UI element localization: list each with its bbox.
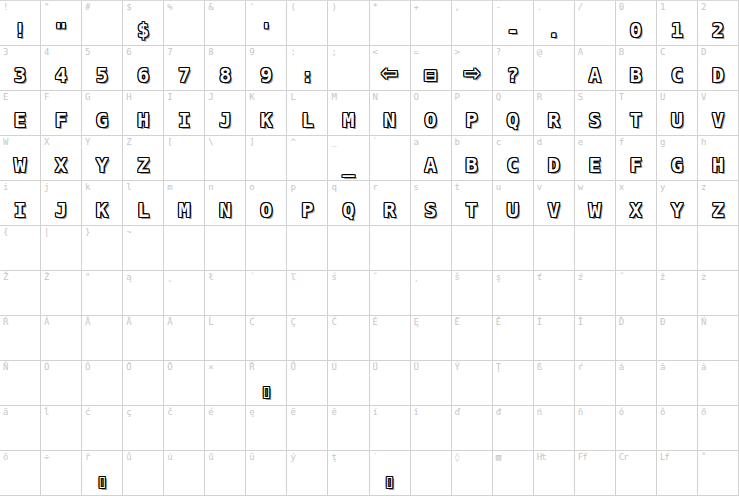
char-cell: II [164,91,205,136]
char-cell: SS [575,91,616,136]
char-label: Â [85,317,89,327]
char-cell: ) [328,1,369,46]
char-label: Ţ [496,362,500,372]
char-glyph: E [575,154,615,176]
char-glyph: 3 [0,64,40,86]
char-label: 5 [85,47,89,57]
char-label: d [537,137,541,147]
char-label: C [660,47,664,57]
char-cell: 00 [616,1,657,46]
char-cell: Ż [41,271,82,316]
char-label: O [414,92,418,102]
char-glyph: F [41,109,81,131]
char-glyph: 9 [246,64,286,86]
char-cell: ž [657,271,698,316]
char-cell: Ff [575,451,616,496]
char-label: Ŕ [3,317,7,327]
char-label: . [537,2,541,12]
char-glyph: J [41,199,81,221]
char-label: ą [126,272,130,282]
char-label: Ô [85,362,89,372]
char-cell: Č [328,316,369,361]
char-cell [698,226,739,271]
char-glyph: Y [657,199,697,221]
char-cell: wW [575,181,616,226]
char-label: ť [537,272,541,282]
char-label: Ď [619,317,623,327]
char-label: r [373,182,377,192]
char-cell: 99 [246,46,287,91]
char-cell: iI [0,181,41,226]
char-label: Ó [44,362,48,372]
char-label: 4 [44,47,48,57]
char-label: Đ [660,317,664,327]
char-label: ˚ [701,452,705,462]
char-cell [370,226,411,271]
char-label: đ [496,407,500,417]
char-label: É [373,317,377,327]
char-glyph: P [452,109,492,131]
char-glyph: D [698,64,738,86]
char-label: : [290,47,294,57]
char-glyph: B [452,154,492,176]
char-cell: 22 [698,1,739,46]
char-cell: Ë [452,316,493,361]
char-label: Ć [249,317,253,327]
char-cell: TT [616,91,657,136]
char-label: _ [331,137,335,147]
char-cell: ˇ [370,271,411,316]
char-cell: MM [328,91,369,136]
char-glyph: W [0,154,40,176]
char-cell: ˝ [616,271,657,316]
char-glyph: 4 [41,64,81,86]
char-label: ˇ [373,272,377,282]
char-cell: =⊟ [411,46,452,91]
char-cell [411,451,452,496]
char-label: Á [44,317,48,327]
char-cell: ľ [287,271,328,316]
char-cell: ř▯ [82,451,123,496]
char-glyph: K [82,199,122,221]
char-cell: ň [575,406,616,451]
char-label: < [373,47,377,57]
char-label: S [578,92,582,102]
char-cell: 33 [0,46,41,91]
char-label: Ă [126,317,130,327]
char-cell: Cr [616,451,657,496]
char-label: Í [537,317,541,327]
char-label: Ě [496,317,500,327]
char-cell: Ď [616,316,657,361]
char-label: î [414,407,418,417]
char-glyph: G [657,154,697,176]
char-cell: ł [205,271,246,316]
char-label: g [660,137,664,147]
char-cell: Ň [0,361,41,406]
char-cell: Ç [287,316,328,361]
char-label: P [455,92,459,102]
char-cell: × [205,361,246,406]
char-cell: ĺ [41,406,82,451]
char-label: Ű [373,362,377,372]
char-label: í [373,407,377,417]
char-label: Ő [126,362,130,372]
char-label: p [290,182,294,192]
char-cell: Ű [370,361,411,406]
char-glyph: C [657,64,697,86]
char-cell: â [657,361,698,406]
char-label: Ż [44,272,48,282]
char-cell: <⇦ [370,46,411,91]
char-glyph: T [452,199,492,221]
char-glyph: " [41,19,81,41]
char-cell: Ó [41,361,82,406]
char-label: V [701,92,705,102]
character-map-grid: !!""#$$%&''()*+,--../0011223344556677889… [0,0,739,496]
char-glyph: ! [0,19,40,41]
char-label: ? [496,47,500,57]
char-label: ž [660,272,664,282]
char-glyph: ▯ [82,471,122,491]
char-cell: + [411,1,452,46]
char-label: \ [208,137,212,147]
char-cell: / [575,1,616,46]
char-label: ň [578,407,582,417]
char-glyph: V [698,109,738,131]
char-cell: ě [328,406,369,451]
char-cell: Lf [657,451,698,496]
char-label: G [85,92,89,102]
char-label: Q [496,92,500,102]
char-label: ł [208,272,212,282]
char-label: Ü [414,362,418,372]
char-cell: ?? [493,46,534,91]
char-label: N [373,92,377,102]
char-cell [328,226,369,271]
char-label: w [578,182,582,192]
char-cell: "" [41,1,82,46]
char-label: v [537,182,541,192]
char-label: Cr [619,452,628,462]
char-glyph: T [616,109,656,131]
char-cell: HH [123,91,164,136]
char-glyph: K [246,109,286,131]
char-label: / [578,2,582,12]
char-cell: gG [657,136,698,181]
char-glyph: R [534,109,574,131]
char-cell: fF [616,136,657,181]
char-label: ` [373,137,377,147]
char-label: é [208,407,212,417]
char-label: ] [249,137,253,147]
char-label: ° [85,272,89,282]
char-cell: WW [0,136,41,181]
char-label: ˙ [373,452,377,462]
char-cell: Í [534,316,575,361]
char-label: e [578,137,582,147]
char-label: ń [537,407,541,417]
char-glyph: $ [123,19,163,41]
char-cell: š [452,271,493,316]
char-label: L [290,92,294,102]
char-cell: 66 [123,46,164,91]
char-label: c [496,137,500,147]
char-cell: ä [0,406,41,451]
char-cell: ď [452,406,493,451]
char-label: š [455,272,459,282]
char-cell: Ţ [493,361,534,406]
char-label: ű [208,452,212,462]
char-label: X [44,137,48,147]
char-label: U [660,92,664,102]
char-glyph: N [205,199,245,221]
char-cell: LL [287,91,328,136]
char-cell: \ [205,136,246,181]
char-cell: ô [657,406,698,451]
char-label: Ň [3,362,7,372]
char-glyph: Z [123,154,163,176]
char-label: | [44,227,48,237]
char-cell: FF [41,91,82,136]
char-label: + [414,2,418,12]
char-cell: [ [164,136,205,181]
char-label: Ý [455,362,459,372]
char-cell: dD [534,136,575,181]
char-cell: cC [493,136,534,181]
char-glyph: M [328,109,368,131]
char-cell: eE [575,136,616,181]
char-cell: 44 [41,46,82,91]
char-cell: AA [575,46,616,91]
char-cell: ZZ [123,136,164,181]
char-cell: aA [411,136,452,181]
char-cell: ö [0,451,41,496]
char-label: y [660,182,664,192]
char-cell: QQ [493,91,534,136]
char-label: ź [578,272,582,282]
char-glyph: O [246,199,286,221]
char-label: ě [331,407,335,417]
char-cell: RR [534,91,575,136]
char-label: u [496,182,500,192]
char-cell: GG [82,91,123,136]
char-cell: Á [41,316,82,361]
char-cell: { [0,226,41,271]
char-label: ů [126,452,130,462]
char-label: ˝ [619,272,623,282]
char-label: 2 [701,2,705,12]
char-cell: NN [370,91,411,136]
char-label: t [455,182,459,192]
char-cell: # [82,1,123,46]
char-label: â [660,362,664,372]
char-glyph: N [370,109,410,131]
char-glyph: D [534,154,574,176]
char-glyph: H [123,109,163,131]
char-label: ú [167,452,171,462]
char-cell: Ń [698,316,739,361]
char-cell: ż [698,271,739,316]
char-cell: Ž [0,271,41,316]
char-cell: PP [452,91,493,136]
char-glyph: _ [328,154,368,176]
char-glyph: ⇨ [452,60,492,84]
char-glyph: G [82,109,122,131]
char-glyph: A [575,64,615,86]
char-glyph: ▯ [370,471,410,491]
char-label: F [44,92,48,102]
char-label: ď [455,407,459,417]
char-label: č [167,407,171,417]
char-glyph: . [534,19,574,41]
char-label: # [85,2,89,12]
char-glyph: R [370,199,410,221]
char-cell: } [82,226,123,271]
char-cell: tT [452,181,493,226]
char-cell: oO [246,181,287,226]
char-label: R [537,92,541,102]
char-label: o [249,182,253,192]
char-label: 0 [619,2,623,12]
char-glyph: F [616,154,656,176]
char-cell: Î [575,316,616,361]
char-cell: ő [698,406,739,451]
char-cell: ť [534,271,575,316]
char-glyph: P [287,199,327,221]
char-glyph: I [164,109,204,131]
char-label: K [249,92,253,102]
char-cell: KK [246,91,287,136]
char-glyph: ▯ [246,381,286,401]
char-glyph: X [41,154,81,176]
char-label: Ö [167,362,171,372]
char-glyph: X [616,199,656,221]
char-label: a [414,137,418,147]
char-label: Ń [701,317,705,327]
char-cell: ß [534,361,575,406]
char-cell: ź [575,271,616,316]
char-label: ć [85,407,89,417]
char-cell: ▨ [493,451,534,496]
char-glyph: L [123,199,163,221]
char-label: ľ [290,272,294,282]
char-cell: Ü [411,361,452,406]
char-cell: !! [0,1,41,46]
char-cell [246,226,287,271]
char-cell: >⇨ [452,46,493,91]
char-glyph: H [698,154,738,176]
char-cell: EE [0,91,41,136]
char-label: Ů [290,362,294,372]
char-label: b [455,137,459,147]
char-label: Lf [660,452,669,462]
char-label: ý [290,452,294,462]
char-label: ę [249,407,253,417]
char-glyph: I [0,199,40,221]
char-label: $ [126,2,130,12]
char-cell: pP [287,181,328,226]
char-label: h [701,137,705,147]
char-label: % [167,2,171,12]
char-glyph: 5 [82,64,122,86]
char-cell: ú [164,451,205,496]
char-cell: ś [328,271,369,316]
char-cell: vV [534,181,575,226]
char-cell: % [164,1,205,46]
char-cell: UU [657,91,698,136]
char-label: T [619,92,623,102]
char-label: ä [3,407,7,417]
char-label: A [578,47,582,57]
char-glyph: S [575,109,615,131]
char-cell: Ő [123,361,164,406]
char-cell: î [411,406,452,451]
char-label: ô [660,407,664,417]
char-cell: CC [657,46,698,91]
char-glyph: M [164,199,204,221]
char-glyph: L [287,109,327,131]
char-glyph: ' [246,19,286,41]
char-cell: sS [411,181,452,226]
char-label: * [373,2,377,12]
char-cell: OO [411,91,452,136]
char-cell: á [616,361,657,406]
char-cell [287,226,328,271]
char-label: ÷ [44,452,48,462]
char-cell: đ [493,406,534,451]
char-label: Ú [331,362,335,372]
char-cell: Ö [164,361,205,406]
char-cell: ( [287,1,328,46]
char-cell: ¸ [411,271,452,316]
char-cell: zZ [698,181,739,226]
char-glyph: Y [82,154,122,176]
char-label: } [85,227,89,237]
char-cell: @ [534,46,575,91]
char-label: { [3,227,7,237]
char-cell: Ô [82,361,123,406]
char-glyph: S [411,199,451,221]
char-cell: __ [328,136,369,181]
char-label: , [455,2,459,12]
char-cell: ń [534,406,575,451]
char-glyph: - [493,19,533,41]
char-glyph: O [411,109,451,131]
char-label: Y [85,137,89,147]
char-glyph: Q [493,109,533,131]
char-label: n [208,182,212,192]
char-glyph: E [0,109,40,131]
char-glyph: U [493,199,533,221]
char-label: ŕ [578,362,582,372]
char-label: > [455,47,459,57]
char-cell: & [205,1,246,46]
char-label: Î [578,317,582,327]
char-label: ş [496,272,500,282]
char-cell [411,226,452,271]
char-cell: ~ [123,226,164,271]
char-cell: xX [616,181,657,226]
char-cell [452,226,493,271]
char-label: ^ [290,137,294,147]
char-cell: 77 [164,46,205,91]
char-label: Č [331,317,335,327]
char-cell: * [370,1,411,46]
char-cell: ą [123,271,164,316]
char-cell [616,226,657,271]
char-cell: ◊ [452,451,493,496]
